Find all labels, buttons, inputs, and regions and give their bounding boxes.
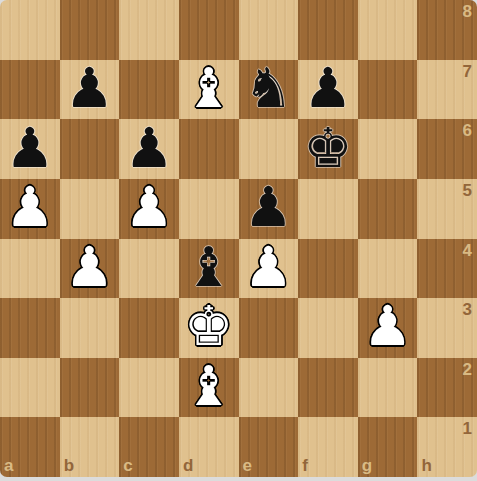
square-h4[interactable]: 4 (417, 239, 477, 299)
rank-label-8: 8 (463, 3, 472, 20)
piece-white-pawn[interactable]: ♟ (65, 240, 114, 295)
square-g4[interactable] (358, 239, 418, 299)
piece-black-king[interactable]: ♚ (303, 121, 352, 176)
square-g6[interactable] (358, 119, 418, 179)
square-e5[interactable]: ♟ (239, 179, 299, 239)
square-b7[interactable]: ♟ (60, 60, 120, 120)
square-a1[interactable]: a (0, 417, 60, 477)
square-f1[interactable]: f (298, 417, 358, 477)
piece-black-pawn[interactable]: ♟ (124, 121, 173, 176)
square-e2[interactable] (239, 358, 299, 418)
square-f4[interactable] (298, 239, 358, 299)
square-b5[interactable] (60, 179, 120, 239)
file-label-g: g (362, 457, 372, 474)
page-background-strip (0, 477, 477, 481)
square-h8[interactable]: 8 (417, 0, 477, 60)
piece-black-bishop[interactable]: ♝ (184, 240, 233, 295)
square-d6[interactable] (179, 119, 239, 179)
rank-label-3: 3 (463, 301, 472, 318)
square-e7[interactable]: ♞ (239, 60, 299, 120)
square-a5[interactable]: ♟ (0, 179, 60, 239)
square-b2[interactable] (60, 358, 120, 418)
square-g8[interactable] (358, 0, 418, 60)
square-d4[interactable]: ♝ (179, 239, 239, 299)
rank-label-4: 4 (463, 242, 472, 259)
piece-white-bishop[interactable]: ♝ (184, 61, 233, 116)
square-g5[interactable] (358, 179, 418, 239)
square-g2[interactable] (358, 358, 418, 418)
file-label-e: e (243, 457, 252, 474)
square-f7[interactable]: ♟ (298, 60, 358, 120)
square-g7[interactable] (358, 60, 418, 120)
square-d3[interactable]: ♚ (179, 298, 239, 358)
rank-label-6: 6 (463, 122, 472, 139)
square-h2[interactable]: 2 (417, 358, 477, 418)
square-g1[interactable]: g (358, 417, 418, 477)
page: { "game": "chess", "position": { "fen": … (0, 0, 477, 481)
square-f2[interactable] (298, 358, 358, 418)
file-label-f: f (302, 457, 308, 474)
square-h6[interactable]: 6 (417, 119, 477, 179)
rank-label-1: 1 (463, 420, 472, 437)
file-label-h: h (421, 457, 431, 474)
square-a8[interactable] (0, 0, 60, 60)
square-c1[interactable]: c (119, 417, 179, 477)
square-e8[interactable] (239, 0, 299, 60)
square-f8[interactable] (298, 0, 358, 60)
square-b8[interactable] (60, 0, 120, 60)
file-label-d: d (183, 457, 193, 474)
square-h1[interactable]: h1 (417, 417, 477, 477)
square-c5[interactable]: ♟ (119, 179, 179, 239)
piece-black-pawn[interactable]: ♟ (303, 61, 352, 116)
square-h3[interactable]: 3 (417, 298, 477, 358)
square-c3[interactable] (119, 298, 179, 358)
square-b1[interactable]: b (60, 417, 120, 477)
square-d1[interactable]: d (179, 417, 239, 477)
square-f5[interactable] (298, 179, 358, 239)
piece-black-pawn[interactable]: ♟ (65, 61, 114, 116)
square-d7[interactable]: ♝ (179, 60, 239, 120)
square-c7[interactable] (119, 60, 179, 120)
piece-white-pawn[interactable]: ♟ (5, 180, 54, 235)
square-b4[interactable]: ♟ (60, 239, 120, 299)
square-d5[interactable] (179, 179, 239, 239)
chess-board[interactable]: 8♟♝♞♟7♟♟♚6♟♟♟5♟♝♟4♚♟3♝2abcdefgh1 (0, 0, 477, 477)
piece-white-king[interactable]: ♚ (184, 299, 233, 354)
piece-black-pawn[interactable]: ♟ (244, 180, 293, 235)
piece-white-bishop[interactable]: ♝ (184, 359, 233, 414)
square-b3[interactable] (60, 298, 120, 358)
file-label-b: b (64, 457, 74, 474)
square-a6[interactable]: ♟ (0, 119, 60, 179)
square-a2[interactable] (0, 358, 60, 418)
square-a4[interactable] (0, 239, 60, 299)
piece-black-knight[interactable]: ♞ (244, 61, 293, 116)
square-h7[interactable]: 7 (417, 60, 477, 120)
square-f6[interactable]: ♚ (298, 119, 358, 179)
rank-label-5: 5 (463, 182, 472, 199)
square-d2[interactable]: ♝ (179, 358, 239, 418)
square-d8[interactable] (179, 0, 239, 60)
square-a3[interactable] (0, 298, 60, 358)
square-h5[interactable]: 5 (417, 179, 477, 239)
file-label-a: a (4, 457, 13, 474)
rank-label-7: 7 (463, 63, 472, 80)
square-c8[interactable] (119, 0, 179, 60)
piece-white-pawn[interactable]: ♟ (363, 299, 412, 354)
square-f3[interactable] (298, 298, 358, 358)
square-e1[interactable]: e (239, 417, 299, 477)
square-e6[interactable] (239, 119, 299, 179)
file-label-c: c (123, 457, 132, 474)
square-b6[interactable] (60, 119, 120, 179)
rank-label-2: 2 (463, 361, 472, 378)
square-c6[interactable]: ♟ (119, 119, 179, 179)
square-e3[interactable] (239, 298, 299, 358)
square-c4[interactable] (119, 239, 179, 299)
square-g3[interactable]: ♟ (358, 298, 418, 358)
square-c2[interactable] (119, 358, 179, 418)
square-e4[interactable]: ♟ (239, 239, 299, 299)
square-a7[interactable] (0, 60, 60, 120)
piece-black-pawn[interactable]: ♟ (5, 121, 54, 176)
piece-white-pawn[interactable]: ♟ (124, 180, 173, 235)
piece-white-pawn[interactable]: ♟ (244, 240, 293, 295)
